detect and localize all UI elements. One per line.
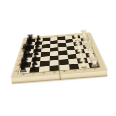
perspective-scene: ♜♟♟♜♞♟♟♞♝♟♟♝♚♟♟♚♛♟♟♛♝♟♟♝♞♟♟♞♜♟♟♜ 8765432… [0,0,116,116]
product-photo: ♜♟♟♜♞♟♟♞♝♟♟♝♚♟♟♚♛♟♟♛♝♟♟♝♞♟♟♞♜♟♟♜ 8765432… [0,0,116,116]
square: ♟ [33,48,42,53]
fold-seam-front [59,74,60,80]
chess-board: ♜♟♟♜♞♟♟♞♝♟♟♝♚♟♟♚♛♟♟♛♝♟♟♝♞♟♟♞♜♟♟♜ 8765432… [11,33,107,78]
square: ♚ [82,45,92,49]
square [66,50,75,55]
square: ♛ [83,48,93,53]
